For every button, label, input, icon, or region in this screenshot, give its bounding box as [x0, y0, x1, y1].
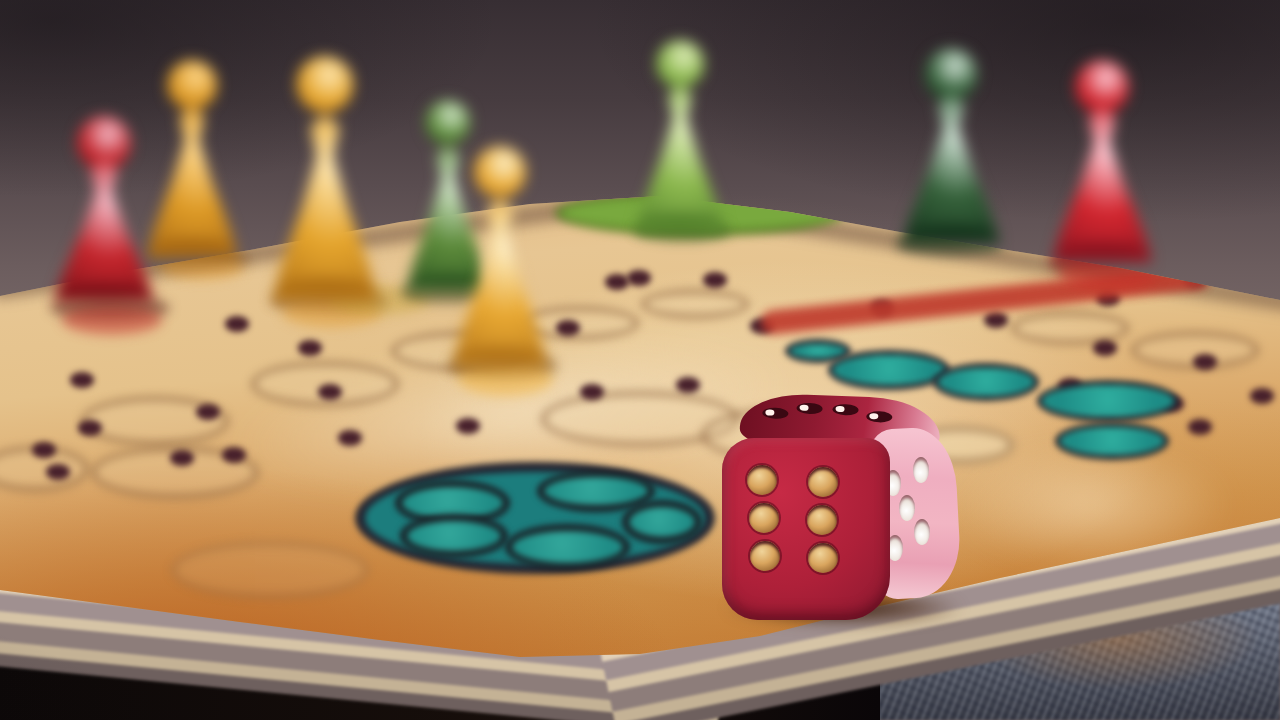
track-mark: [1093, 340, 1117, 356]
die-pip: [749, 503, 779, 533]
track-mark: [225, 316, 249, 332]
pawn-base: [59, 283, 149, 302]
pawn-body: [146, 108, 238, 258]
photo-scene: [0, 0, 1280, 720]
teal-track-space: [1042, 385, 1174, 417]
pawn-green-2[interactable]: [902, 48, 1000, 244]
pawn-yellow-3[interactable]: [452, 146, 548, 368]
pawn-base: [640, 213, 719, 232]
track-mark: [318, 384, 342, 400]
teal-track-space: [790, 344, 846, 358]
pawn-body: [54, 161, 154, 302]
track-space: [170, 540, 370, 600]
die[interactable]: [714, 394, 966, 626]
pawn-yellow-2[interactable]: [272, 56, 378, 302]
teal-track-space: [833, 355, 945, 385]
teal-home-circle: [622, 500, 702, 544]
pawn-yellow-1[interactable]: [146, 60, 238, 258]
pawn-head: [925, 48, 978, 101]
die-face-six: [722, 438, 890, 620]
pawn-head: [656, 40, 704, 88]
pawn-body: [1052, 108, 1152, 262]
die-pip: [747, 465, 777, 495]
track-mark: [703, 272, 727, 288]
pawn-body: [636, 86, 724, 232]
pawn-base: [907, 224, 995, 244]
track-space: [80, 395, 230, 447]
teal-track-space: [938, 368, 1034, 396]
track-mark: [196, 404, 220, 420]
pawn-reflection: [62, 305, 162, 335]
pawn-head: [296, 56, 353, 113]
die-pip: [808, 467, 838, 497]
pawn-head: [167, 60, 217, 110]
track-mark: [222, 447, 246, 463]
pawn-body: [272, 115, 378, 302]
die-pip: [899, 495, 915, 521]
track-mark: [456, 418, 480, 434]
die-pip: [913, 457, 929, 483]
track-mark: [170, 450, 194, 466]
track-mark: [580, 384, 604, 400]
track-space: [640, 288, 750, 320]
pawn-base: [1057, 242, 1147, 262]
pawn-base: [277, 277, 372, 302]
track-mark: [298, 340, 322, 356]
track-mark: [70, 372, 94, 388]
pawn-head: [474, 146, 526, 198]
track-mark: [32, 442, 56, 458]
pawn-red-1[interactable]: [54, 116, 154, 302]
track-mark: [1188, 419, 1212, 435]
die-pip: [750, 541, 780, 571]
teal-home-circle: [400, 514, 508, 558]
teal-track-space: [1060, 427, 1164, 455]
pawn-base: [151, 238, 234, 258]
track-mark: [338, 430, 362, 446]
teal-home-circle: [505, 524, 630, 570]
track-mark: [1193, 354, 1217, 370]
die-pip: [807, 505, 837, 535]
track-mark: [627, 270, 651, 286]
pawn-body: [452, 199, 548, 368]
track-mark: [605, 274, 629, 290]
track-mark: [46, 464, 70, 480]
track-mark: [1250, 388, 1274, 404]
pawn-light-green[interactable]: [636, 40, 724, 232]
pawn-body: [902, 95, 1000, 244]
pawn-base: [457, 346, 543, 368]
die-pip: [914, 519, 930, 545]
track-mark: [676, 377, 700, 393]
pawn-red-2[interactable]: [1052, 60, 1152, 262]
pawn-head: [1075, 60, 1129, 114]
track-mark: [78, 420, 102, 436]
track-mark: [556, 320, 580, 336]
die-pip: [808, 543, 838, 573]
pawn-head: [425, 100, 470, 145]
track-mark: [984, 312, 1008, 328]
